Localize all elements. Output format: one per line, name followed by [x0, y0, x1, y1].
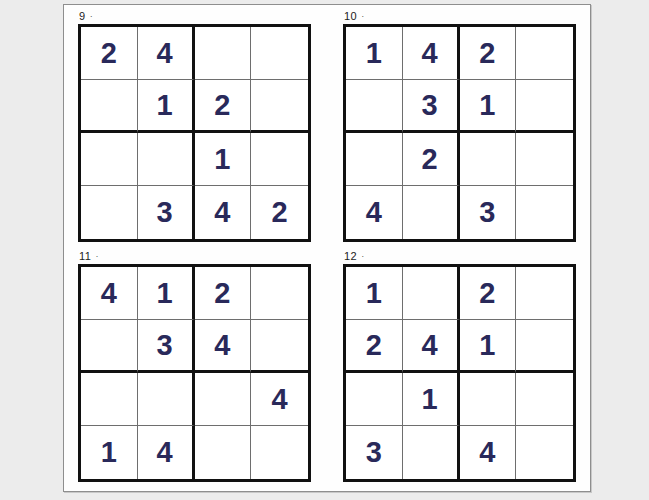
sudoku-cell-r3c4[interactable]	[516, 133, 573, 186]
sudoku-cell-r1c1[interactable]: 1	[346, 267, 403, 320]
sudoku-cell-r4c2[interactable]	[403, 186, 460, 239]
sudoku-cell-r3c4[interactable]	[251, 133, 308, 186]
sudoku-cell-r3c3[interactable]: 1	[195, 133, 252, 186]
puzzle-number: 11	[79, 250, 91, 262]
sudoku-cell-r4c1[interactable]: 4	[346, 186, 403, 239]
sudoku-cell-r1c2[interactable]: 4	[138, 27, 195, 80]
sudoku-board-9: 24121342	[78, 24, 311, 242]
sudoku-cell-r1c3[interactable]: 2	[460, 27, 517, 80]
sudoku-cell-r2c3[interactable]: 4	[195, 320, 252, 373]
sudoku-cell-r1c2[interactable]: 4	[403, 27, 460, 80]
sudoku-cell-r4c3[interactable]: 4	[460, 426, 517, 479]
sudoku-cell-r1c4[interactable]	[251, 27, 308, 80]
puzzle-number: 10	[344, 10, 357, 22]
sudoku-cell-r4c4[interactable]	[516, 186, 573, 239]
sudoku-cell-r3c2[interactable]: 2	[403, 133, 460, 186]
sudoku-cell-r1c1[interactable]: 2	[81, 27, 138, 80]
sudoku-cell-r4c4[interactable]	[251, 426, 308, 479]
sudoku-cell-r1c3[interactable]: 2	[460, 267, 517, 320]
sudoku-cell-r3c2[interactable]	[138, 133, 195, 186]
sudoku-cell-r1c1[interactable]: 1	[346, 27, 403, 80]
puzzle-label: 9·	[78, 10, 311, 24]
sudoku-cell-r2c4[interactable]	[251, 80, 308, 133]
sudoku-cell-r4c2[interactable]	[403, 426, 460, 479]
worksheet-canvas: 9· 24121342 10· 14231243 11· 41234414 12…	[0, 0, 649, 500]
sudoku-cell-r2c2[interactable]: 3	[138, 320, 195, 373]
puzzle-9: 9· 24121342	[78, 10, 311, 242]
sudoku-cell-r3c1[interactable]	[81, 373, 138, 426]
sudoku-cell-r3c3[interactable]	[195, 373, 252, 426]
sudoku-cell-r4c4[interactable]	[516, 426, 573, 479]
puzzle-number: 12	[344, 250, 357, 262]
sudoku-cell-r2c1[interactable]: 2	[346, 320, 403, 373]
sudoku-cell-r3c2[interactable]: 1	[403, 373, 460, 426]
sudoku-cell-r1c4[interactable]	[516, 27, 573, 80]
sudoku-cell-r3c1[interactable]	[81, 133, 138, 186]
sudoku-cell-r3c3[interactable]	[460, 133, 517, 186]
sudoku-cell-r2c2[interactable]: 3	[403, 80, 460, 133]
sudoku-cell-r2c3[interactable]: 2	[195, 80, 252, 133]
sudoku-board-11: 41234414	[78, 264, 311, 482]
sudoku-cell-r4c3[interactable]: 3	[460, 186, 517, 239]
sudoku-cell-r3c3[interactable]	[460, 373, 517, 426]
sudoku-cell-r4c1[interactable]: 3	[346, 426, 403, 479]
puzzle-label: 10·	[343, 10, 576, 24]
sudoku-cell-r1c3[interactable]: 2	[195, 267, 252, 320]
puzzle-label: 12·	[343, 250, 576, 264]
label-dot: ·	[361, 10, 365, 23]
sudoku-cell-r2c2[interactable]: 4	[403, 320, 460, 373]
sudoku-cell-r1c2[interactable]: 1	[138, 267, 195, 320]
sudoku-cell-r4c2[interactable]: 3	[138, 186, 195, 239]
sudoku-cell-r4c1[interactable]	[81, 186, 138, 239]
sudoku-board-12: 12241134	[343, 264, 576, 482]
sudoku-cell-r2c4[interactable]	[516, 320, 573, 373]
sudoku-cell-r2c3[interactable]: 1	[460, 320, 517, 373]
puzzle-label: 11·	[78, 250, 311, 264]
sudoku-cell-r2c4[interactable]	[251, 320, 308, 373]
sudoku-cell-r1c4[interactable]	[516, 267, 573, 320]
sudoku-cell-r3c1[interactable]	[346, 133, 403, 186]
sudoku-cell-r1c1[interactable]: 4	[81, 267, 138, 320]
sudoku-cell-r2c2[interactable]: 1	[138, 80, 195, 133]
puzzle-10: 10· 14231243	[343, 10, 576, 242]
sudoku-cell-r2c1[interactable]	[81, 80, 138, 133]
label-dot: ·	[361, 250, 365, 263]
puzzle-12: 12· 12241134	[343, 250, 576, 482]
sudoku-cell-r1c3[interactable]	[195, 27, 252, 80]
puzzle-number: 9	[79, 10, 86, 22]
sudoku-cell-r2c1[interactable]	[346, 80, 403, 133]
label-dot: ·	[95, 250, 99, 263]
sudoku-cell-r4c1[interactable]: 1	[81, 426, 138, 479]
sudoku-cell-r2c4[interactable]	[516, 80, 573, 133]
sudoku-cell-r1c2[interactable]	[403, 267, 460, 320]
label-dot: ·	[90, 10, 94, 23]
sudoku-cell-r2c1[interactable]	[81, 320, 138, 373]
sudoku-cell-r4c3[interactable]	[195, 426, 252, 479]
sudoku-cell-r4c3[interactable]: 4	[195, 186, 252, 239]
sudoku-cell-r4c4[interactable]: 2	[251, 186, 308, 239]
sudoku-board-10: 14231243	[343, 24, 576, 242]
sudoku-cell-r2c3[interactable]: 1	[460, 80, 517, 133]
sudoku-cell-r3c1[interactable]	[346, 373, 403, 426]
puzzle-11: 11· 41234414	[78, 250, 311, 482]
sudoku-cell-r3c4[interactable]: 4	[251, 373, 308, 426]
sudoku-cell-r3c2[interactable]	[138, 373, 195, 426]
worksheet-page: 9· 24121342 10· 14231243 11· 41234414 12…	[63, 4, 591, 492]
sudoku-cell-r4c2[interactable]: 4	[138, 426, 195, 479]
sudoku-cell-r3c4[interactable]	[516, 373, 573, 426]
sudoku-cell-r1c4[interactable]	[251, 267, 308, 320]
